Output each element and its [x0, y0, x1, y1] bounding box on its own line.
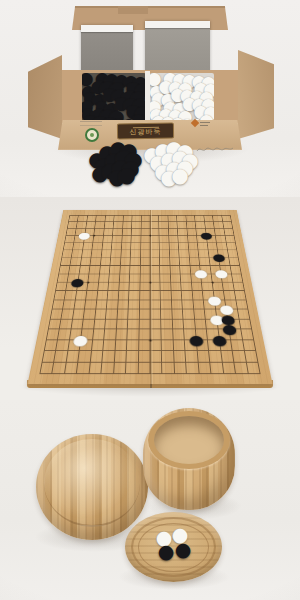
grid-cell [140, 250, 150, 258]
grid-cell [150, 339, 162, 350]
white-stone-compartment: ●●●●●●●●●●●●●●●●●●●●●●●●●●●●●●●●●●●●●●●● [150, 73, 214, 122]
grid-cell [122, 228, 132, 235]
grid-cell [150, 361, 162, 373]
grid-cell [172, 329, 184, 339]
grid-cell [170, 265, 180, 273]
grid-cell [130, 242, 140, 249]
grid-cell [138, 350, 150, 361]
grid-cell [161, 350, 173, 361]
grid-cell [160, 273, 170, 281]
grid-cell [171, 309, 182, 319]
grid-cell [120, 257, 130, 265]
grid-cell [150, 319, 161, 329]
go-stone-white-P11: ● [194, 268, 209, 278]
star-point [211, 281, 214, 283]
grid-cell [102, 350, 115, 361]
grid-cell [231, 273, 243, 281]
go-stone-black-Q16: ● [199, 231, 213, 240]
grid-cell [137, 361, 149, 373]
paper-divider [145, 71, 150, 123]
grid-cell [161, 339, 173, 350]
grid-cell [91, 339, 104, 350]
grid-cell [128, 290, 139, 299]
grid-cell [159, 235, 169, 242]
grid-cell [116, 309, 127, 319]
grid-cell [180, 273, 191, 281]
photo-section-stone-box: ●●●●●●●●●●●●●●●●●●●●●●●●●●●●●●●●●●●●●●●●… [0, 0, 300, 197]
go-bowl-closed [36, 434, 148, 540]
grid-cell [109, 265, 120, 273]
grid-cell [122, 222, 131, 229]
star-point [149, 281, 151, 283]
grid-cell [127, 309, 138, 319]
photo-section-bowls: ●●●● [0, 400, 300, 600]
grid-cell [150, 242, 160, 249]
grid-cell [95, 300, 107, 309]
grid-cell [117, 300, 128, 309]
grid-cell [150, 265, 160, 273]
bowl-interior [154, 416, 224, 464]
grid-cell [125, 361, 137, 373]
grid-cell [90, 350, 103, 361]
grid-cell [161, 329, 173, 339]
grid-cell [128, 300, 139, 309]
grid-cell [129, 265, 139, 273]
grid-cell [139, 300, 150, 309]
go-stone-white-D4: ● [72, 333, 89, 346]
spilled-stone-white: ● [171, 165, 188, 185]
box-back-flap-notch [118, 6, 148, 14]
grid-cell [111, 242, 121, 249]
grid-cell [127, 319, 139, 329]
grid-cell [180, 282, 191, 291]
grid-cell [139, 290, 150, 299]
grid-cell [225, 242, 236, 249]
grid-cell [116, 319, 128, 329]
grid-cell [114, 350, 126, 361]
grid-cell [119, 273, 130, 281]
grid-cell [150, 257, 160, 265]
dish-stone-black: ● [175, 540, 192, 559]
gray-tray-lid-right [145, 21, 210, 74]
grid-cell [126, 339, 138, 350]
grid-cell [160, 290, 171, 299]
grid-cell [129, 282, 140, 291]
white-paper-edge [145, 21, 210, 28]
grid-cell [88, 361, 101, 373]
grid-cell [121, 242, 131, 249]
grid-cell [119, 265, 129, 273]
grid-cell [139, 282, 150, 291]
grid-cell [185, 361, 198, 373]
grid-cell [161, 361, 173, 373]
grid-cell [150, 329, 161, 339]
grid-cell [131, 235, 141, 242]
grid-cell [106, 300, 117, 309]
grid-cell [94, 309, 106, 319]
grid-cell [232, 282, 244, 291]
grid-cell [168, 228, 178, 235]
grid-cell [140, 257, 150, 265]
grid-cell [229, 265, 240, 273]
script-logo [196, 139, 234, 158]
grid-cell [113, 222, 123, 229]
grid-cell [138, 339, 150, 350]
grid-cell [169, 242, 179, 249]
grid-cell [238, 319, 251, 329]
grid-cell [181, 290, 192, 299]
grid-cell [118, 290, 129, 299]
grid-cell [118, 282, 129, 291]
grid-cell [227, 250, 238, 258]
grid-cell [228, 257, 239, 265]
grid-cell [150, 235, 159, 242]
grid-cell [104, 319, 116, 329]
grid-cell [138, 329, 150, 339]
grid-cell [150, 309, 161, 319]
grid-cell [170, 282, 181, 291]
grid-cell [170, 273, 181, 281]
box-side-flap-right [238, 50, 274, 139]
grid-cell [161, 319, 172, 329]
bowl-lid [44, 439, 140, 527]
grid-cell [110, 250, 120, 258]
grid-cell [112, 235, 122, 242]
grid-cell [130, 257, 140, 265]
grid-cell [173, 339, 185, 350]
grid-cell [150, 300, 161, 309]
grid-cell [113, 361, 126, 373]
grid-cell [160, 309, 171, 319]
maker-mark [192, 120, 210, 130]
grid-cell [160, 282, 171, 291]
grid-cell [103, 339, 115, 350]
dish-stone-black: ● [158, 542, 175, 561]
grid-cell [127, 329, 139, 339]
star-point [149, 235, 151, 237]
grid-cell [140, 235, 149, 242]
box-side-flap-left [28, 55, 62, 139]
grid-cell [179, 250, 189, 258]
star-point [149, 339, 152, 342]
go-bowl-open [143, 408, 235, 510]
go-board: ●●●●●●●●●●●●●● [28, 210, 273, 384]
go-stone-black-C10: ● [70, 276, 85, 287]
grid-cell [150, 222, 159, 229]
go-stone-black-Q4: ● [211, 333, 228, 346]
grid-cell [245, 361, 259, 373]
grid-cell [159, 250, 169, 258]
grid-cell [130, 250, 140, 258]
grid-cell [237, 309, 250, 319]
grid-cell [168, 235, 178, 242]
grid-cell [243, 350, 257, 361]
grid-cell [182, 300, 193, 309]
tiny-print [80, 121, 102, 126]
grid-cell [235, 300, 247, 309]
grid-cell [131, 228, 140, 235]
grid-cell [183, 319, 195, 329]
grid-cell [138, 319, 149, 329]
plaque-label: 신광바둑 [129, 128, 161, 136]
grid-cell [168, 222, 177, 229]
grid-cell [159, 257, 169, 265]
grid-cell [171, 300, 182, 309]
grid-cell [159, 222, 168, 229]
grid-cell [240, 329, 253, 339]
spilled-stone-black: ● [118, 165, 135, 185]
grid-cell [120, 250, 130, 258]
grid-cell [140, 222, 149, 229]
grid-cell [173, 350, 185, 361]
grid-cell [233, 290, 245, 299]
grid-cell [150, 282, 160, 291]
grid-cell [140, 242, 150, 249]
grid-cell [222, 222, 232, 229]
gray-tray-lid-left [81, 25, 133, 73]
grid-cell [150, 250, 160, 258]
maker-mark-icon [191, 119, 199, 127]
grid-cell [131, 222, 140, 229]
grid-cell [223, 228, 233, 235]
grid-cell [96, 290, 107, 299]
go-stone-black-O4: ● [188, 333, 204, 346]
grid-cell [171, 290, 182, 299]
grid-cell [160, 265, 170, 273]
grid-cell [173, 361, 186, 373]
grid-cell [150, 273, 160, 281]
grid-cell [115, 329, 127, 339]
grid-cell [107, 290, 118, 299]
go-stone-white-R11: ● [214, 268, 229, 278]
grid-cell [108, 273, 119, 281]
go-stone-white-C16: ● [77, 231, 91, 240]
grid-cell [179, 265, 190, 273]
grid-cell [178, 242, 188, 249]
product-photo-collage: ●●●●●●●●●●●●●●●●●●●●●●●●●●●●●●●●●●●●●●●●… [0, 0, 300, 600]
green-seal-logo [85, 128, 99, 142]
grid-cell [185, 350, 198, 361]
grid-cell [159, 242, 169, 249]
grid-cell [108, 282, 119, 291]
grid-cell [101, 361, 114, 373]
grid-cell [179, 257, 189, 265]
grid-cell [169, 250, 179, 258]
grid-cell [114, 339, 126, 350]
white-paper-edge [81, 25, 133, 32]
grid-cell [160, 300, 171, 309]
grid-cell [92, 329, 104, 339]
go-stone-black-R13: ● [212, 252, 226, 262]
photo-section-go-board: ●●●●●●●●●●●●●● [0, 197, 300, 400]
grid-cell [138, 309, 149, 319]
grid-cell [242, 339, 256, 350]
grid-cell [150, 350, 162, 361]
grid-cell [139, 265, 149, 273]
grid-cell [129, 273, 139, 281]
grid-cell [172, 319, 184, 329]
grid-cell [112, 228, 122, 235]
grid-cell [182, 309, 194, 319]
grid-cell [159, 228, 168, 235]
grid-cell [110, 257, 120, 265]
grid-cell [121, 235, 131, 242]
black-stone-compartment: ●●●●●●●●●●●●●●●●●●●●●●●●●●●●●●●●●●●●●●●● [82, 73, 146, 122]
grid-cell [105, 309, 117, 319]
grid-cell [224, 235, 235, 242]
grid-cell [169, 257, 179, 265]
grid-cell [93, 319, 105, 329]
grid-cell [126, 350, 138, 361]
grid-cell [150, 290, 161, 299]
grid-cell [104, 329, 116, 339]
